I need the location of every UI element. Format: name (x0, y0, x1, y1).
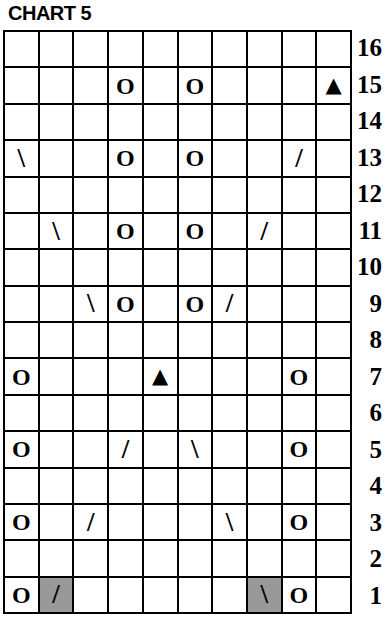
cell-r2-c4 (109, 541, 142, 575)
symbol-o: O (116, 292, 135, 316)
symbol-triangle: ▲ (326, 75, 342, 96)
cell-r5-c1: O (5, 432, 38, 466)
symbol-slash: / (260, 218, 268, 245)
cell-r1-c10 (317, 578, 350, 612)
row-number-label: 12 (352, 176, 387, 213)
cell-r6-c8 (248, 396, 281, 430)
cell-r12-c7 (213, 178, 246, 212)
cell-r9-c6: O (179, 287, 212, 321)
cell-r4-c1 (5, 469, 38, 503)
symbol-slash: / (226, 290, 234, 317)
cell-r15-c10: ▲ (317, 68, 350, 102)
cell-r1-c3 (74, 578, 107, 612)
cell-r14-c9 (283, 105, 316, 139)
cell-r13-c4: O (109, 141, 142, 175)
cell-r8-c8 (248, 323, 281, 357)
cell-r4-c9 (283, 469, 316, 503)
cell-r2-c9 (283, 541, 316, 575)
cell-r7-c9: O (283, 359, 316, 393)
cell-r16-c7 (213, 32, 246, 66)
cell-r4-c3 (74, 469, 107, 503)
symbol-o: O (116, 74, 135, 98)
row-number-label: 7 (352, 359, 387, 396)
cell-r2-c10 (317, 541, 350, 575)
symbol-backslash: \ (52, 218, 60, 245)
cell-r1-c6 (179, 578, 212, 612)
cell-r8-c9 (283, 323, 316, 357)
cell-r9-c5 (144, 287, 177, 321)
symbol-o: O (116, 146, 135, 170)
cell-r16-c8 (248, 32, 281, 66)
cell-r5-c3 (74, 432, 107, 466)
cell-r12-c10 (317, 178, 350, 212)
cell-r15-c7 (213, 68, 246, 102)
symbol-triangle: ▲ (152, 366, 168, 387)
cell-r3-c10 (317, 505, 350, 539)
cell-r15-c4: O (109, 68, 142, 102)
cell-r14-c2 (40, 105, 73, 139)
cell-r6-c9 (283, 396, 316, 430)
cell-r7-c7 (213, 359, 246, 393)
cell-r9-c7: / (213, 287, 246, 321)
cell-r5-c7 (213, 432, 246, 466)
cell-r5-c4: / (109, 432, 142, 466)
cell-r6-c6 (179, 396, 212, 430)
symbol-o: O (186, 146, 205, 170)
cell-r6-c1 (5, 396, 38, 430)
cell-r3-c4 (109, 505, 142, 539)
symbol-o: O (12, 437, 31, 461)
cell-r6-c4 (109, 396, 142, 430)
row-number-label: 4 (352, 468, 387, 505)
cell-r10-c1 (5, 250, 38, 284)
cell-r14-c1 (5, 105, 38, 139)
cell-r6-c2 (40, 396, 73, 430)
cell-r5-c10 (317, 432, 350, 466)
cell-r9-c10 (317, 287, 350, 321)
cell-r11-c3 (74, 214, 107, 248)
cell-r10-c3 (74, 250, 107, 284)
cell-r6-c5 (144, 396, 177, 430)
cell-r13-c5 (144, 141, 177, 175)
cell-r2-c7 (213, 541, 246, 575)
cell-r8-c3 (74, 323, 107, 357)
cell-r15-c9 (283, 68, 316, 102)
cell-r8-c1 (5, 323, 38, 357)
cell-r11-c6: O (179, 214, 212, 248)
cell-r11-c8: / (248, 214, 281, 248)
cell-r8-c6 (179, 323, 212, 357)
cell-r10-c6 (179, 250, 212, 284)
row-number-label: 6 (352, 395, 387, 432)
cell-r1-c1: O (5, 578, 38, 612)
cell-r5-c9: O (283, 432, 316, 466)
cell-r7-c1: O (5, 359, 38, 393)
cell-r13-c10 (317, 141, 350, 175)
cell-r7-c6 (179, 359, 212, 393)
symbol-backslash: \ (87, 290, 95, 317)
cell-r10-c2 (40, 250, 73, 284)
cell-r15-c6: O (179, 68, 212, 102)
cell-r9-c8 (248, 287, 281, 321)
symbol-o: O (290, 437, 309, 461)
row-number-label: 15 (352, 67, 387, 104)
cell-r12-c6 (179, 178, 212, 212)
cell-r9-c4: O (109, 287, 142, 321)
symbol-slash: / (87, 509, 95, 536)
symbol-o: O (290, 365, 309, 389)
cell-r1-c8: \ (248, 578, 281, 612)
symbol-slash: / (122, 436, 130, 463)
cell-r7-c2 (40, 359, 73, 393)
cell-r13-c7 (213, 141, 246, 175)
cell-r8-c7 (213, 323, 246, 357)
cell-r6-c10 (317, 396, 350, 430)
cell-r15-c8 (248, 68, 281, 102)
cell-r11-c9 (283, 214, 316, 248)
cell-r8-c10 (317, 323, 350, 357)
cell-r9-c9 (283, 287, 316, 321)
knitting-chart-page: CHART 5 OO▲\OO/\OO/\OO/O▲OO/\OO/\OO/\O 1… (0, 0, 387, 621)
cell-r2-c1 (5, 541, 38, 575)
symbol-o: O (186, 74, 205, 98)
cell-r4-c7 (213, 469, 246, 503)
cell-r3-c6 (179, 505, 212, 539)
cell-r11-c4: O (109, 214, 142, 248)
row-number-label: 13 (352, 140, 387, 177)
cell-r2-c6 (179, 541, 212, 575)
cell-r3-c7: \ (213, 505, 246, 539)
cell-r2-c2 (40, 541, 73, 575)
cell-r12-c2 (40, 178, 73, 212)
cell-r6-c3 (74, 396, 107, 430)
cell-r4-c5 (144, 469, 177, 503)
cell-r15-c2 (40, 68, 73, 102)
cell-r15-c1 (5, 68, 38, 102)
symbol-o: O (290, 583, 309, 607)
cell-r12-c3 (74, 178, 107, 212)
row-number-label: 5 (352, 432, 387, 469)
cell-r13-c6: O (179, 141, 212, 175)
cell-r16-c2 (40, 32, 73, 66)
cell-r8-c4 (109, 323, 142, 357)
cell-r2-c3 (74, 541, 107, 575)
cell-r13-c1: \ (5, 141, 38, 175)
cell-r9-c2 (40, 287, 73, 321)
cell-r2-c8 (248, 541, 281, 575)
cell-r3-c8 (248, 505, 281, 539)
cell-r13-c8 (248, 141, 281, 175)
cell-r1-c4 (109, 578, 142, 612)
cell-r16-c5 (144, 32, 177, 66)
cell-r3-c9: O (283, 505, 316, 539)
symbol-o: O (186, 219, 205, 243)
cell-r3-c3: / (74, 505, 107, 539)
cell-r5-c6: \ (179, 432, 212, 466)
cell-r14-c7 (213, 105, 246, 139)
symbol-o: O (186, 292, 205, 316)
cell-r1-c9: O (283, 578, 316, 612)
cell-r1-c5 (144, 578, 177, 612)
symbol-o: O (12, 510, 31, 534)
cell-r16-c10 (317, 32, 350, 66)
symbol-backslash: \ (226, 509, 234, 536)
cell-r16-c3 (74, 32, 107, 66)
cell-r14-c6 (179, 105, 212, 139)
cell-r12-c1 (5, 178, 38, 212)
cell-r11-c2: \ (40, 214, 73, 248)
cell-r4-c6 (179, 469, 212, 503)
chart-grid: OO▲\OO/\OO/\OO/O▲OO/\OO/\OO/\O (3, 30, 352, 614)
row-number-label: 9 (352, 286, 387, 323)
cell-r4-c10 (317, 469, 350, 503)
cell-r4-c8 (248, 469, 281, 503)
cell-r12-c8 (248, 178, 281, 212)
cell-r16-c4 (109, 32, 142, 66)
row-number-label: 10 (352, 249, 387, 286)
cell-r12-c4 (109, 178, 142, 212)
symbol-backslash: \ (260, 581, 268, 608)
cell-r16-c1 (5, 32, 38, 66)
cell-r15-c5 (144, 68, 177, 102)
cell-r14-c8 (248, 105, 281, 139)
cell-r10-c10 (317, 250, 350, 284)
cell-r6-c7 (213, 396, 246, 430)
cell-r10-c7 (213, 250, 246, 284)
cell-r3-c5 (144, 505, 177, 539)
row-labels: 16151413121110987654321 (352, 30, 387, 614)
cell-r11-c7 (213, 214, 246, 248)
cell-r7-c10 (317, 359, 350, 393)
cell-r8-c5 (144, 323, 177, 357)
cell-r7-c8 (248, 359, 281, 393)
cell-r14-c5 (144, 105, 177, 139)
row-number-label: 2 (352, 541, 387, 578)
cell-r7-c4 (109, 359, 142, 393)
cell-r2-c5 (144, 541, 177, 575)
symbol-slash: / (52, 581, 60, 608)
cell-r10-c4 (109, 250, 142, 284)
cell-r16-c9 (283, 32, 316, 66)
cell-r9-c1 (5, 287, 38, 321)
symbol-backslash: \ (18, 145, 26, 172)
cell-r5-c5 (144, 432, 177, 466)
cell-r1-c2: / (40, 578, 73, 612)
cell-r7-c3 (74, 359, 107, 393)
cell-r5-c8 (248, 432, 281, 466)
symbol-o: O (12, 583, 31, 607)
cell-r10-c5 (144, 250, 177, 284)
cell-r11-c5 (144, 214, 177, 248)
cell-r4-c2 (40, 469, 73, 503)
cell-r11-c10 (317, 214, 350, 248)
cell-r3-c2 (40, 505, 73, 539)
cell-r9-c3: \ (74, 287, 107, 321)
cell-r12-c5 (144, 178, 177, 212)
chart-title: CHART 5 (8, 2, 91, 25)
row-number-label: 16 (352, 30, 387, 67)
row-number-label: 8 (352, 322, 387, 359)
cell-r13-c3 (74, 141, 107, 175)
cell-r8-c2 (40, 323, 73, 357)
cell-r10-c8 (248, 250, 281, 284)
cell-r5-c2 (40, 432, 73, 466)
row-number-label: 14 (352, 103, 387, 140)
cell-r13-c2 (40, 141, 73, 175)
cell-r14-c3 (74, 105, 107, 139)
cell-r14-c10 (317, 105, 350, 139)
row-number-label: 11 (352, 213, 387, 250)
symbol-o: O (116, 219, 135, 243)
cell-r1-c7 (213, 578, 246, 612)
symbol-o: O (12, 365, 31, 389)
cell-r4-c4 (109, 469, 142, 503)
cell-r14-c4 (109, 105, 142, 139)
cell-r12-c9 (283, 178, 316, 212)
cell-r10-c9 (283, 250, 316, 284)
cell-r16-c6 (179, 32, 212, 66)
cell-r3-c1: O (5, 505, 38, 539)
cell-r11-c1 (5, 214, 38, 248)
cell-r7-c5: ▲ (144, 359, 177, 393)
symbol-slash: / (295, 145, 303, 172)
symbol-backslash: \ (191, 436, 199, 463)
cell-r13-c9: / (283, 141, 316, 175)
row-number-label: 1 (352, 578, 387, 615)
row-number-label: 3 (352, 505, 387, 542)
cell-r15-c3 (74, 68, 107, 102)
symbol-o: O (290, 510, 309, 534)
